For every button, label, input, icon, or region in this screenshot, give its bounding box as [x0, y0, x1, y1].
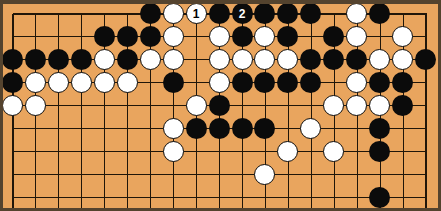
black-stone [277, 26, 298, 47]
black-stone [277, 3, 298, 24]
black-stone [186, 118, 207, 139]
black-stone [117, 49, 138, 70]
white-stone [232, 49, 253, 70]
black-stone [369, 187, 390, 208]
white-stone [209, 72, 230, 93]
black-stone [48, 49, 69, 70]
go-board-grid: 12 [3, 4, 438, 208]
black-stone [94, 26, 115, 47]
white-stone [48, 72, 69, 93]
black-stone [369, 118, 390, 139]
black-stone [232, 26, 253, 47]
white-stone [94, 72, 115, 93]
black-stone [369, 72, 390, 93]
white-stone [392, 49, 413, 70]
white-stone [346, 3, 367, 24]
black-stone [369, 141, 390, 162]
black-stone: 2 [232, 3, 253, 24]
white-stone [25, 72, 46, 93]
black-stone [232, 72, 253, 93]
black-stone [415, 49, 436, 70]
white-stone [300, 118, 321, 139]
white-stone [2, 95, 23, 116]
move-number-label: 1 [193, 8, 200, 20]
white-stone [117, 72, 138, 93]
black-stone [117, 26, 138, 47]
black-stone [25, 49, 46, 70]
black-stone [323, 26, 344, 47]
black-stone [163, 72, 184, 93]
black-stone [392, 95, 413, 116]
white-stone [369, 95, 390, 116]
black-stone [254, 118, 275, 139]
white-stone [163, 26, 184, 47]
white-stone [186, 95, 207, 116]
black-stone [232, 118, 253, 139]
white-stone [277, 49, 298, 70]
black-stone [277, 72, 298, 93]
white-stone [94, 49, 115, 70]
grid-line-vertical [81, 14, 82, 209]
white-stone [323, 141, 344, 162]
white-stone [209, 26, 230, 47]
black-stone [346, 49, 367, 70]
black-stone [300, 3, 321, 24]
white-stone [254, 49, 275, 70]
white-stone [25, 95, 46, 116]
grid-line-vertical [425, 14, 427, 209]
white-stone [163, 49, 184, 70]
black-stone [323, 49, 344, 70]
black-stone [71, 49, 92, 70]
black-stone [2, 72, 23, 93]
grid-line-vertical [58, 14, 59, 209]
white-stone [163, 141, 184, 162]
white-stone [163, 118, 184, 139]
white-stone [163, 3, 184, 24]
black-stone [392, 72, 413, 93]
white-stone [140, 49, 161, 70]
white-stone [346, 72, 367, 93]
black-stone [209, 95, 230, 116]
white-stone [392, 26, 413, 47]
black-stone [254, 3, 275, 24]
white-stone [277, 141, 298, 162]
white-stone [209, 49, 230, 70]
white-stone [346, 95, 367, 116]
grid-line-vertical [311, 14, 312, 209]
black-stone [140, 26, 161, 47]
black-stone [140, 3, 161, 24]
white-stone [254, 164, 275, 185]
black-stone [254, 72, 275, 93]
white-stone [71, 72, 92, 93]
black-stone [300, 72, 321, 93]
go-board-diagram: 12 [0, 0, 441, 211]
black-stone [209, 118, 230, 139]
black-stone [2, 49, 23, 70]
black-stone [209, 3, 230, 24]
white-stone: 1 [186, 3, 207, 24]
white-stone [254, 26, 275, 47]
white-stone [323, 95, 344, 116]
black-stone [300, 49, 321, 70]
white-stone [369, 49, 390, 70]
black-stone [369, 3, 390, 24]
white-stone [346, 26, 367, 47]
move-number-label: 2 [239, 8, 246, 20]
